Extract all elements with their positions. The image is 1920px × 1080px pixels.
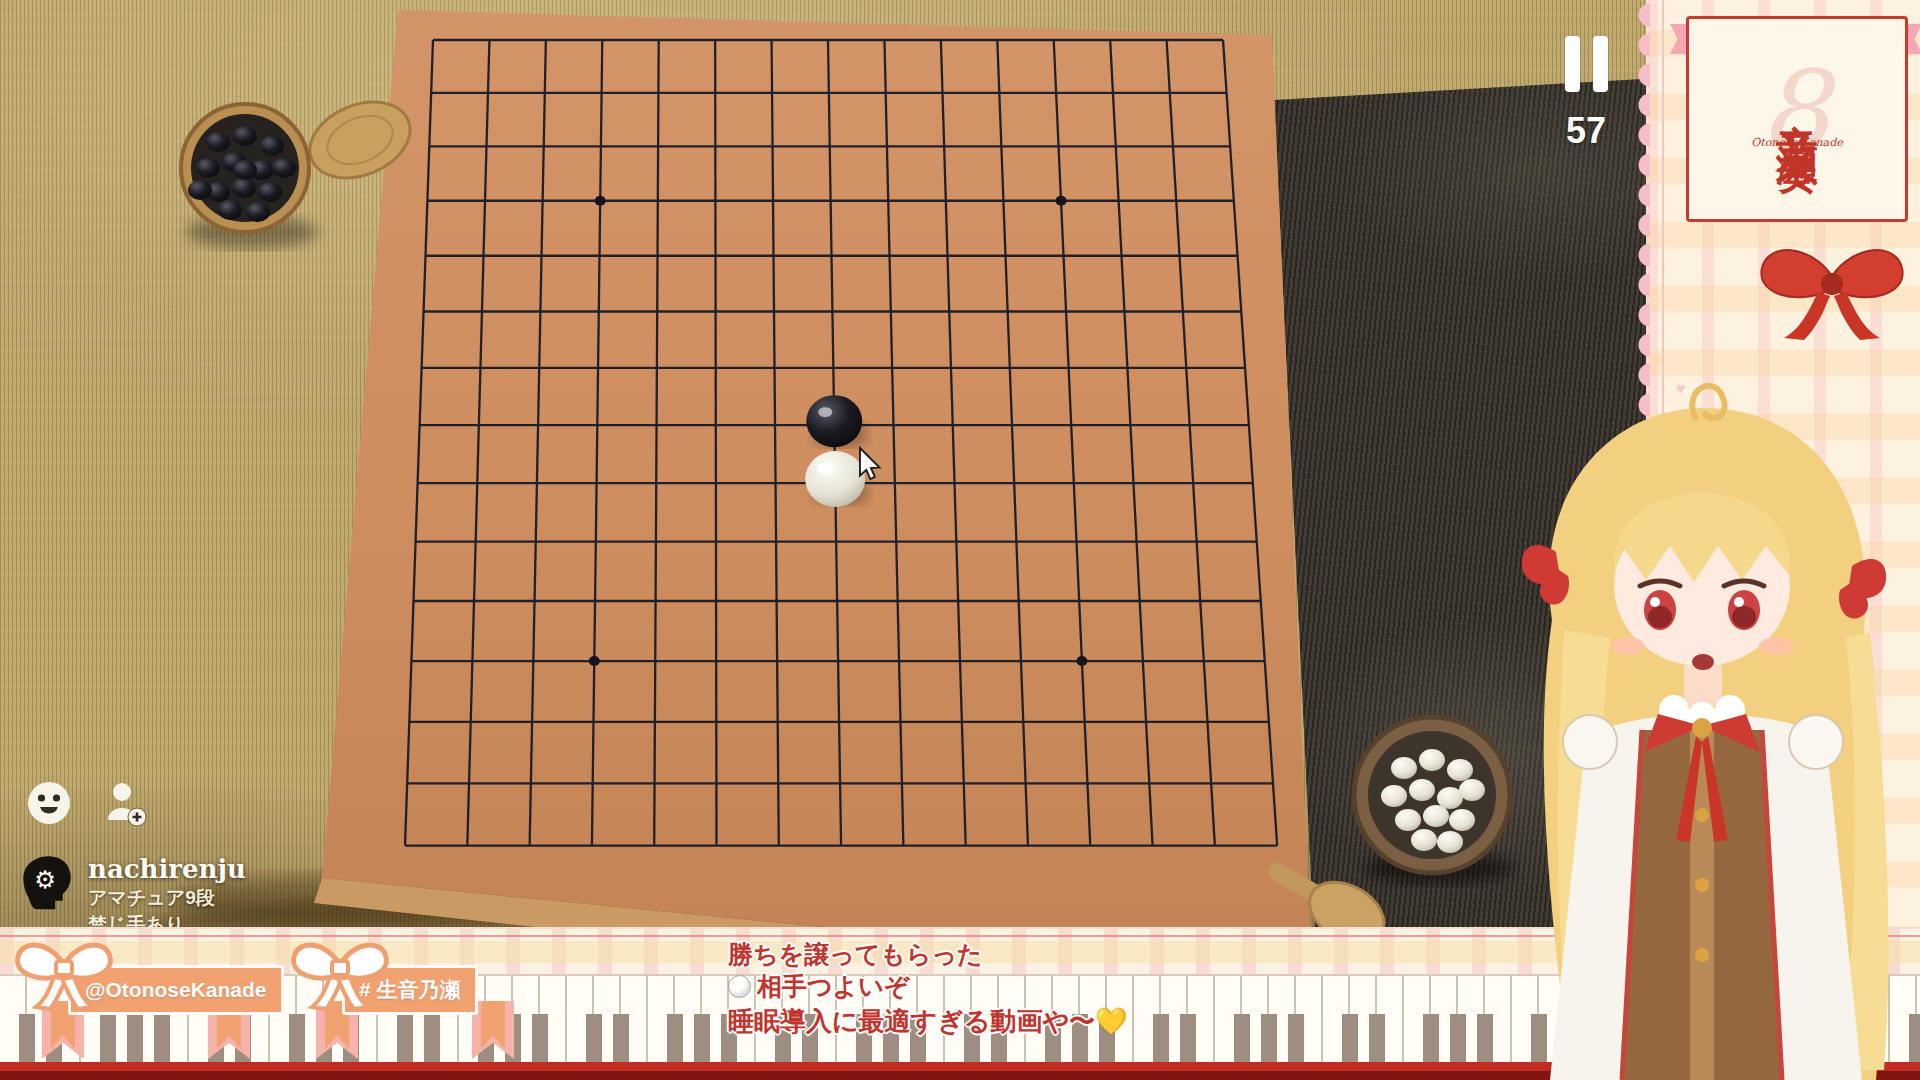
white-stone (805, 451, 865, 507)
add-person-icon[interactable] (100, 778, 152, 828)
ai-settings-icon[interactable]: ⚙ (18, 854, 72, 914)
white-bow-icon (12, 931, 116, 1015)
player-rank: アマチュア9段 (88, 884, 246, 911)
hashtag-banner: # 生音乃瀬 (290, 929, 520, 1080)
chat-line-1: 勝ちを譲ってもらった (728, 938, 1128, 970)
star-point (1076, 656, 1087, 666)
frame-scallop-edge (1626, 0, 1650, 1080)
pause-icon[interactable] (1556, 36, 1616, 92)
move-timer: 57 (1556, 110, 1616, 152)
black-stone-bowl (181, 104, 309, 232)
red-bow-icon (1752, 234, 1912, 344)
star-point (595, 196, 606, 206)
black-stone (806, 395, 862, 447)
yellow-heart-icon: 💛 (1095, 1006, 1127, 1036)
white-bow-icon (288, 931, 392, 1015)
player-info: ⚙ nachirenju アマチュア9段 禁じ手あり (18, 778, 246, 938)
svg-text:⚙: ⚙ (34, 866, 56, 893)
white-stone-bowl (1354, 717, 1510, 873)
chat-line-3: 睡眠導入に最適すぎる動画や〜💛 (728, 1003, 1128, 1039)
stream-screen: 57 ⚙ nachirenju アマチュア (0, 0, 1920, 1080)
handle-banner: @OtonoseKanade (20, 929, 260, 1080)
player-name: nachirenju (88, 854, 246, 884)
chat-overlay: 勝ちを譲ってもらった 相手つよいぞ 睡眠導入に最適すぎる動画や〜💛 (728, 938, 1128, 1039)
smiley-icon[interactable] (26, 780, 72, 826)
logo-flourish: 8 (1759, 47, 1829, 175)
frame-inner-line (1662, 0, 1664, 1080)
channel-logo-plaque: 8 音乃瀬奏 Otonose Kanade (1686, 16, 1908, 222)
bar-red-strip (0, 1062, 1920, 1080)
chat-line-2: 相手つよいぞ (728, 970, 1128, 1003)
star-point (589, 656, 600, 666)
star-point (1056, 196, 1067, 206)
pause-timer-group: 57 (1556, 36, 1616, 152)
white-stone-icon (728, 975, 751, 998)
